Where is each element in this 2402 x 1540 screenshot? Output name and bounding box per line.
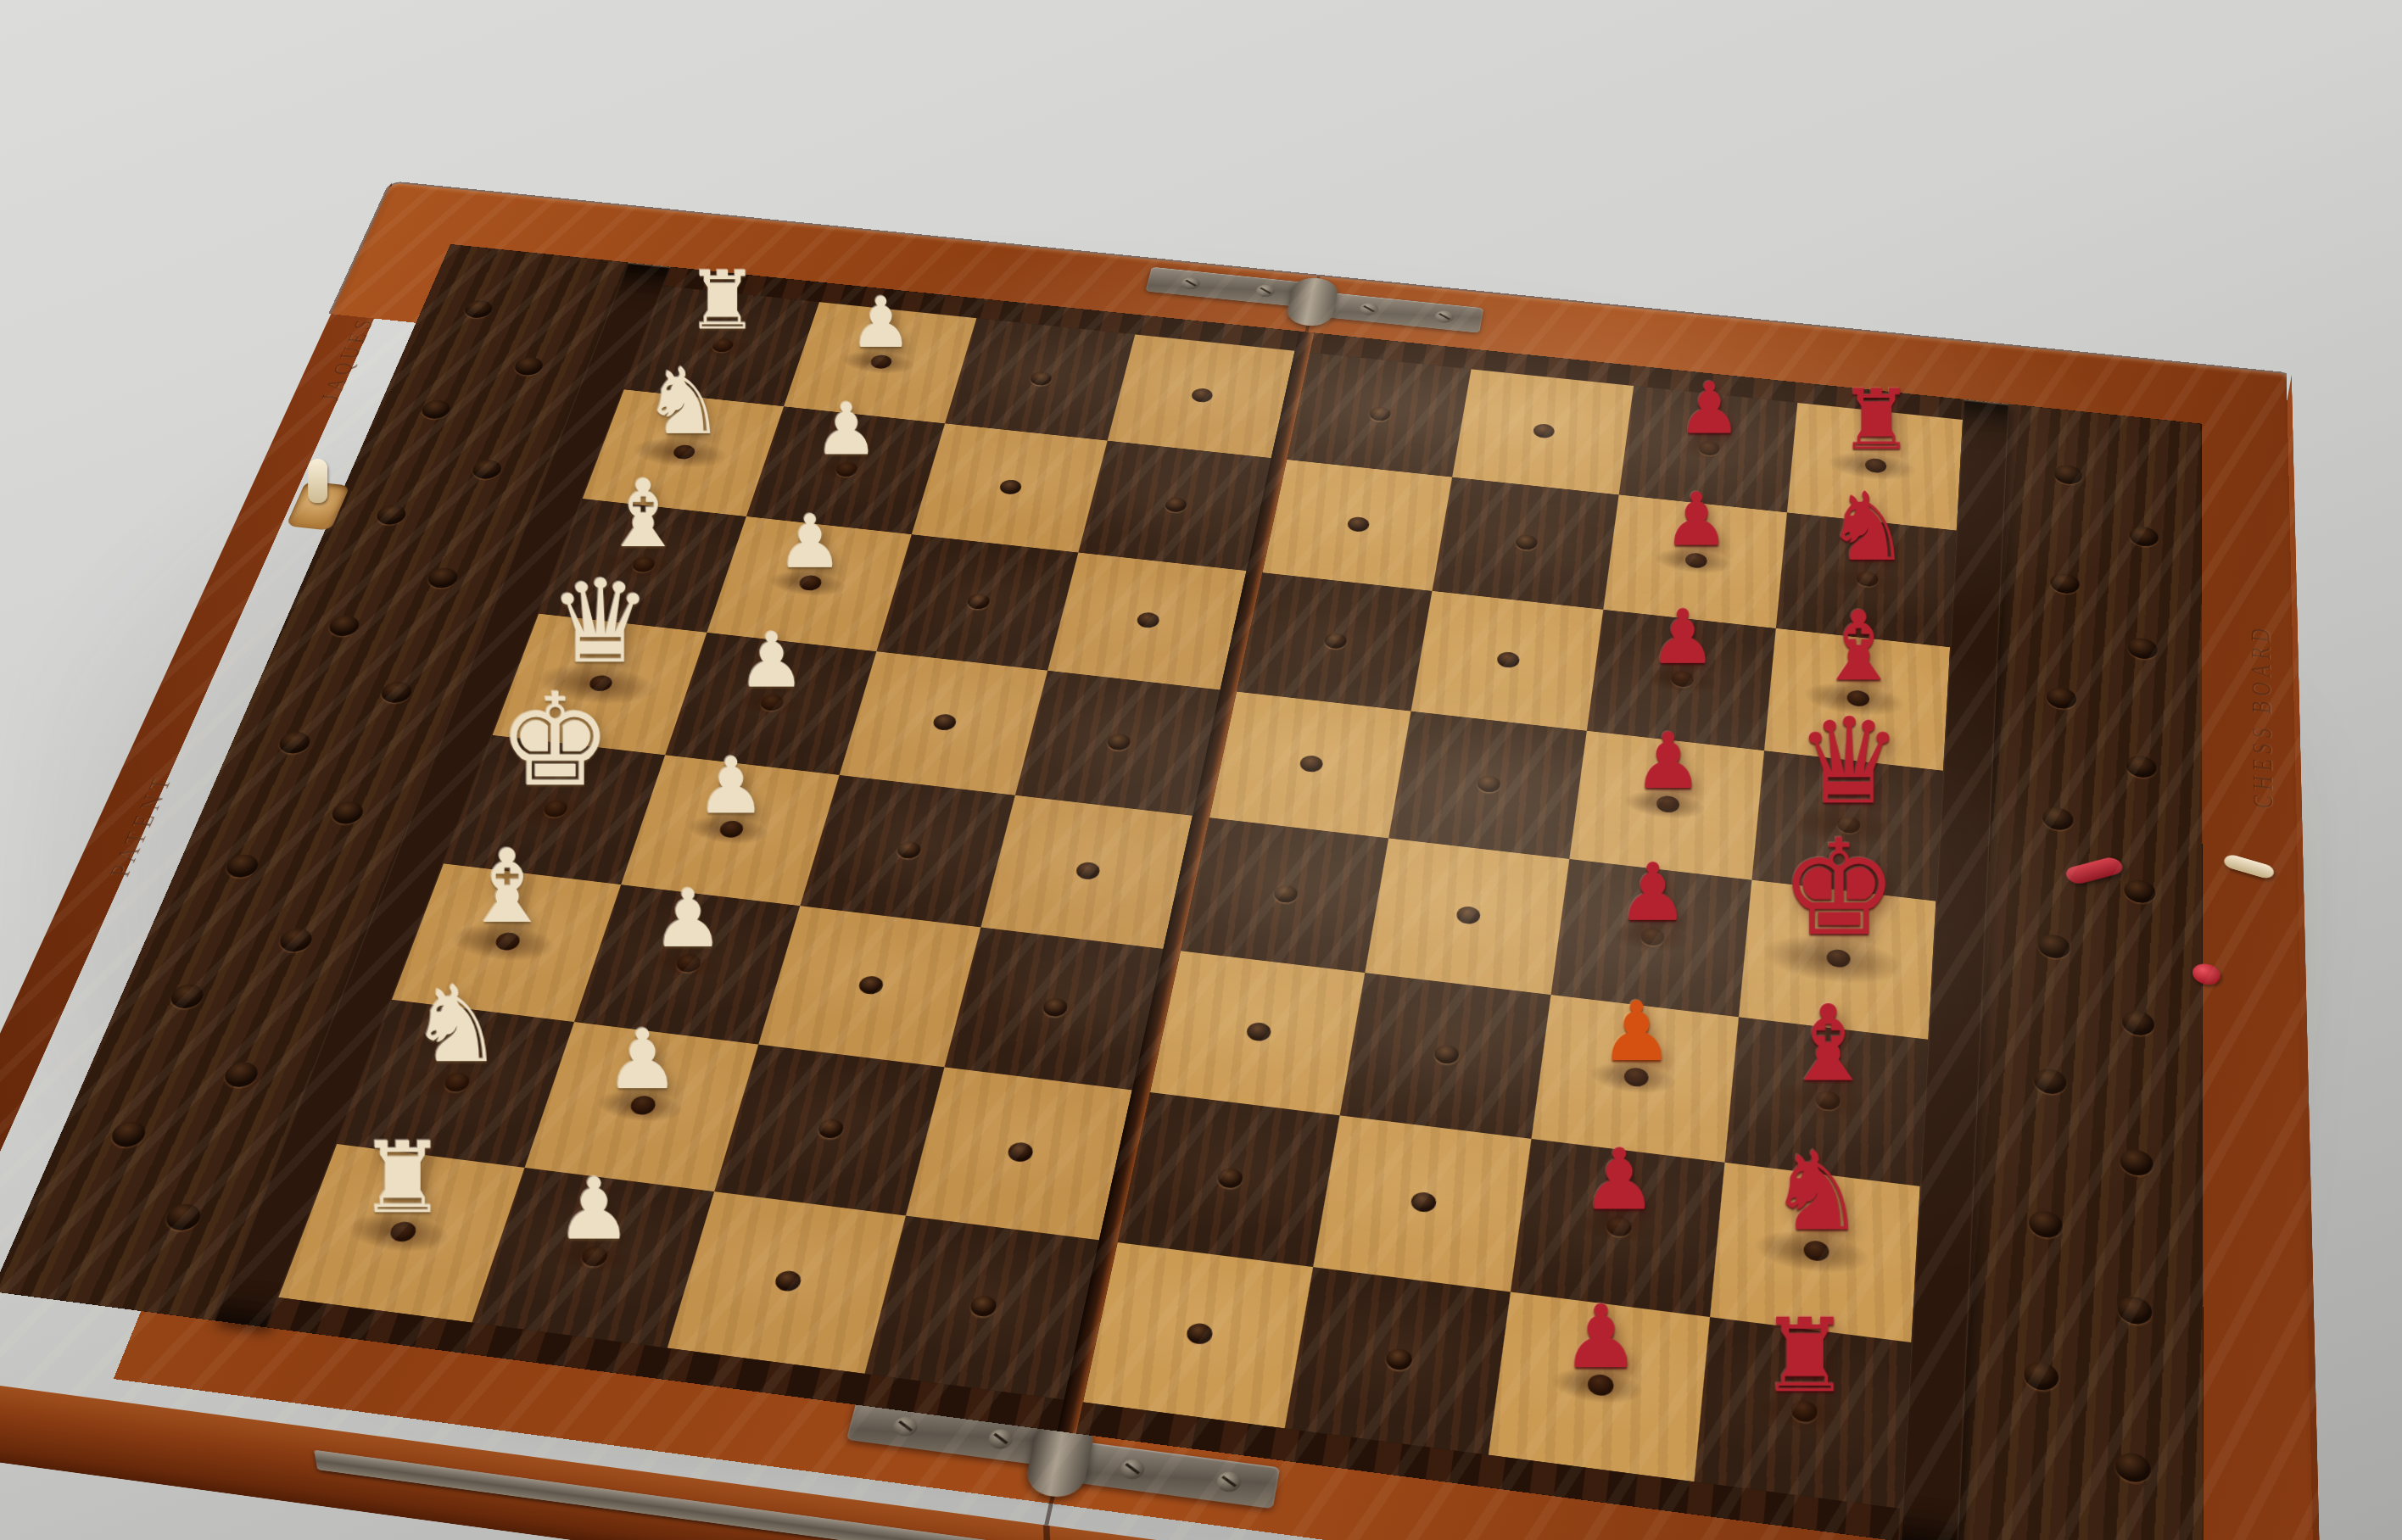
square-peg-hole xyxy=(1856,570,1879,587)
box-fold-joint-front xyxy=(1043,1525,1053,1540)
square[interactable] xyxy=(1287,352,1471,477)
hinge-screw xyxy=(1215,1470,1243,1493)
square-peg-hole xyxy=(1346,516,1370,533)
pawn-glyph: ♟ xyxy=(1600,990,1673,1073)
square-peg-hole xyxy=(1496,650,1521,668)
rook-glyph: ♜ xyxy=(1759,1304,1851,1406)
knight-glyph: ♞ xyxy=(409,972,504,1078)
square-peg-hole xyxy=(1368,405,1391,421)
pawn-glyph: ♟ xyxy=(606,1018,680,1101)
rook-glyph: ♜ xyxy=(358,1129,446,1227)
square-peg-hole xyxy=(1190,388,1214,403)
pawn-glyph: ♟ xyxy=(1561,1293,1640,1381)
square-peg-hole xyxy=(1136,611,1161,628)
square-peg-hole xyxy=(542,799,570,817)
square[interactable] xyxy=(1078,440,1271,570)
pawn-glyph: ♟ xyxy=(1581,1137,1657,1222)
queen-glyph: ♛ xyxy=(1796,701,1902,820)
square-peg-hole xyxy=(1698,440,1721,456)
square-peg-hole xyxy=(672,444,697,460)
pawn-glyph: ♟ xyxy=(556,1166,632,1252)
bishop-glyph: ♝ xyxy=(461,835,552,937)
square[interactable] xyxy=(1411,591,1604,731)
square-peg-hole xyxy=(797,574,823,591)
spare-white-peg[interactable] xyxy=(308,459,327,503)
hinge-screw xyxy=(986,1427,1014,1449)
rim-joint-near xyxy=(1044,1431,1069,1525)
square-peg-hole xyxy=(1323,632,1348,650)
hinge-screw xyxy=(891,1415,919,1437)
pawn-glyph: ♟ xyxy=(696,747,767,825)
square-peg-hole xyxy=(1865,457,1887,473)
square-peg-hole xyxy=(1671,670,1695,688)
square[interactable] xyxy=(1209,691,1411,838)
chess-box: JAQUES PATENT CHESS BOARD ♜♞♝♛♚♝♞♜♟ xyxy=(0,182,2323,1540)
pawn-glyph: ♟ xyxy=(652,879,724,959)
box-top-face: JAQUES PATENT CHESS BOARD ♜♞♝♛♚♝♞♜♟ xyxy=(0,182,2323,1540)
square-peg-hole xyxy=(1477,774,1502,793)
square-peg-hole xyxy=(1684,552,1707,569)
square[interactable] xyxy=(1237,572,1432,711)
square[interactable] xyxy=(1603,494,1787,628)
square[interactable] xyxy=(1787,403,1963,531)
king-glyph: ♚ xyxy=(1779,822,1898,954)
scene: JAQUES PATENT CHESS BOARD ♜♞♝♛♚♝♞♜♟ xyxy=(0,0,2402,1540)
square-peg-hole xyxy=(630,555,656,572)
hinge-plate xyxy=(1324,293,1484,333)
square-peg-hole xyxy=(998,478,1023,494)
square[interactable] xyxy=(1047,552,1246,689)
bishop-glyph: ♝ xyxy=(1781,990,1875,1096)
square-peg-hole xyxy=(1515,533,1539,550)
square[interactable] xyxy=(1452,369,1634,494)
square[interactable] xyxy=(840,651,1048,795)
square-peg-hole xyxy=(710,338,735,353)
square-peg-hole xyxy=(1299,754,1324,773)
rim-engraving-patent: PATENT xyxy=(103,772,180,879)
pawn-glyph: ♟ xyxy=(1617,852,1690,932)
photo-canvas: JAQUES PATENT CHESS BOARD ♜♞♝♛♚♝♞♜♟ xyxy=(0,0,2402,1540)
box-interior: ♜♞♝♛♚♝♞♜♟♟♟♟♟♟♟♟♟♟♟♟♟♟♟♟♜♞♝♛♚♝♞♜ xyxy=(0,244,2204,1540)
square-peg-hole xyxy=(1533,423,1556,439)
square-peg-hole xyxy=(931,713,958,731)
square[interactable] xyxy=(1619,386,1798,512)
square[interactable] xyxy=(784,302,976,423)
square[interactable] xyxy=(1108,334,1295,458)
square[interactable] xyxy=(1776,512,1957,647)
square[interactable] xyxy=(1587,609,1776,750)
square-peg-hole xyxy=(869,354,894,369)
square[interactable] xyxy=(912,423,1108,552)
square[interactable] xyxy=(1015,670,1221,815)
square[interactable] xyxy=(945,318,1135,440)
spare-white-peg-right-rim[interactable] xyxy=(2222,852,2276,879)
square-peg-hole xyxy=(966,593,992,610)
square-peg-hole xyxy=(1029,371,1053,386)
square-peg-hole xyxy=(1656,795,1680,813)
square-peg-hole xyxy=(758,694,785,711)
square[interactable] xyxy=(1433,477,1619,609)
knight-glyph: ♞ xyxy=(1768,1137,1866,1247)
square-peg-hole xyxy=(1164,496,1188,512)
square-peg-hole xyxy=(1106,733,1132,751)
square-peg-hole xyxy=(587,674,614,692)
square-peg-hole xyxy=(834,461,859,477)
hinge-screw xyxy=(1119,1458,1146,1481)
rim-engraving-chessboard: CHESS BOARD xyxy=(2244,622,2279,810)
hinge-plate xyxy=(1145,266,1304,306)
square[interactable] xyxy=(876,534,1078,671)
square[interactable] xyxy=(1262,460,1452,591)
